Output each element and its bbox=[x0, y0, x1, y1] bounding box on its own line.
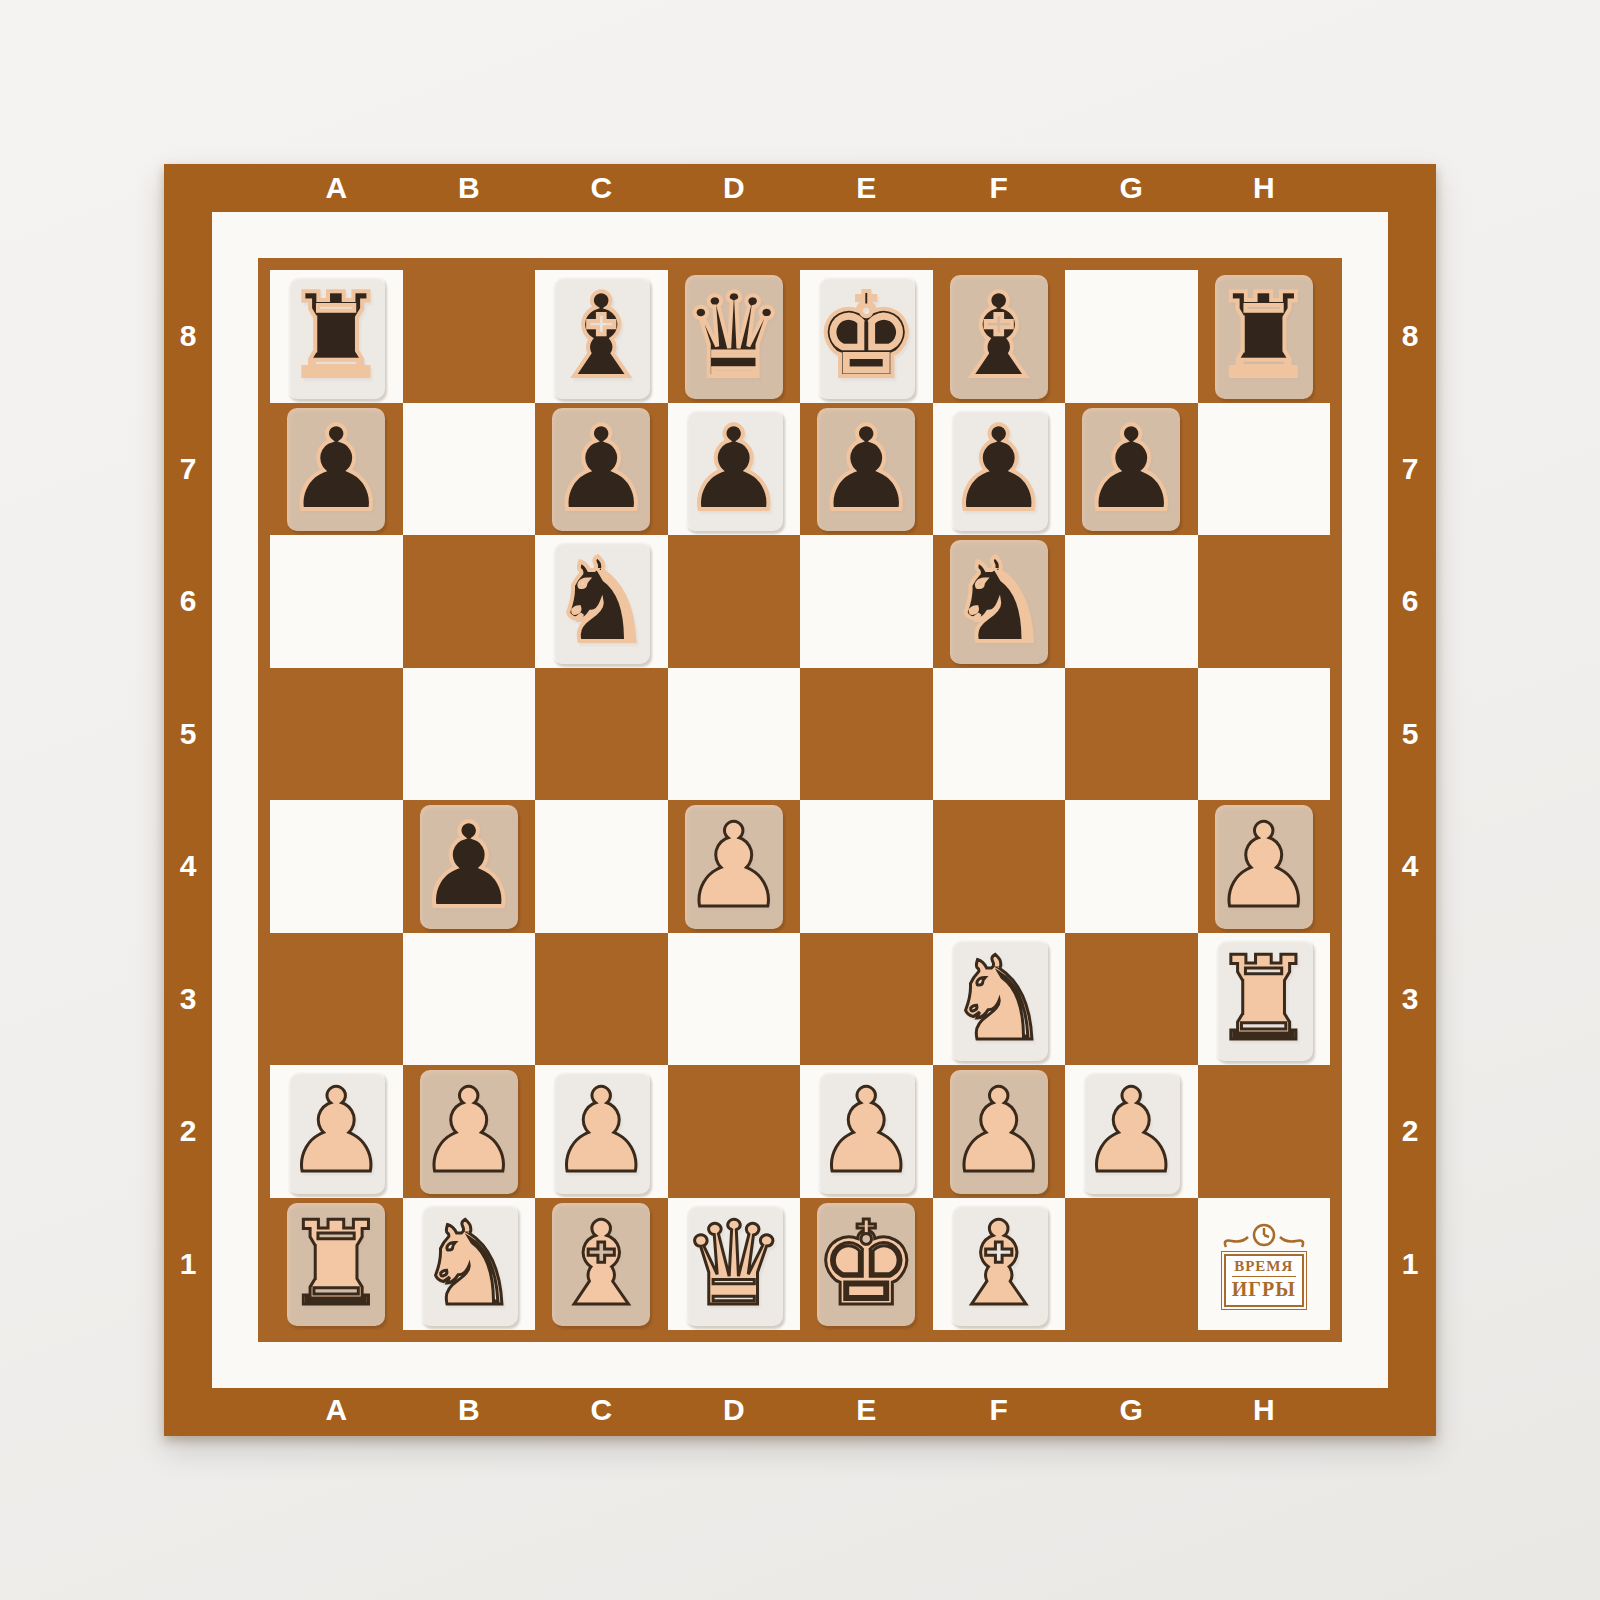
rank-label-8: 8 bbox=[1384, 270, 1436, 403]
file-label-h: H bbox=[1198, 1384, 1331, 1436]
logo-text-line2: ИГРЫ bbox=[1232, 1277, 1296, 1301]
square-g1[interactable] bbox=[1065, 1198, 1198, 1331]
square-g6[interactable] bbox=[1065, 535, 1198, 668]
white-bishop[interactable]: ♝ bbox=[933, 1198, 1066, 1331]
black-pawn[interactable]: ♟ bbox=[933, 403, 1066, 536]
rank-labels-right: 87654321 bbox=[1384, 270, 1436, 1330]
brand-logo: ВРЕМЯИГРЫ bbox=[1198, 1198, 1331, 1331]
white-pawn[interactable]: ♟ bbox=[800, 1065, 933, 1198]
rank-label-8: 8 bbox=[164, 270, 212, 403]
square-c6[interactable]: ♞ bbox=[535, 535, 668, 668]
logo-clock-icon bbox=[1220, 1221, 1308, 1253]
file-label-e: E bbox=[800, 164, 933, 212]
black-rook[interactable]: ♜ bbox=[1198, 270, 1331, 403]
square-f3[interactable]: ♞ bbox=[933, 933, 1066, 1066]
white-bishop[interactable]: ♝ bbox=[535, 1198, 668, 1331]
rank-label-5: 5 bbox=[164, 668, 212, 801]
square-d6[interactable] bbox=[668, 535, 801, 668]
black-pawn[interactable]: ♟ bbox=[535, 403, 668, 536]
white-pawn[interactable]: ♟ bbox=[535, 1065, 668, 1198]
file-label-a: A bbox=[270, 1384, 403, 1436]
rank-label-5: 5 bbox=[1384, 668, 1436, 801]
file-label-d: D bbox=[668, 164, 801, 212]
rank-label-4: 4 bbox=[1384, 800, 1436, 933]
square-a4[interactable] bbox=[270, 800, 403, 933]
square-h2[interactable] bbox=[1198, 1065, 1331, 1198]
square-f1[interactable]: ♝ bbox=[933, 1198, 1066, 1331]
black-pawn[interactable]: ♟ bbox=[668, 403, 801, 536]
square-b2[interactable]: ♟ bbox=[403, 1065, 536, 1198]
file-labels-bottom: ABCDEFGH bbox=[270, 1384, 1330, 1436]
square-d7[interactable]: ♟ bbox=[668, 403, 801, 536]
black-pawn[interactable]: ♟ bbox=[403, 800, 536, 933]
rank-label-7: 7 bbox=[164, 403, 212, 536]
square-c5[interactable] bbox=[535, 668, 668, 801]
white-queen[interactable]: ♛ bbox=[668, 1198, 801, 1331]
file-label-g: G bbox=[1065, 1384, 1198, 1436]
logo-text-line1: ВРЕМЯ bbox=[1232, 1258, 1296, 1277]
square-h7[interactable] bbox=[1198, 403, 1331, 536]
white-king[interactable]: ♚ bbox=[800, 1198, 933, 1331]
square-b3[interactable] bbox=[403, 933, 536, 1066]
file-label-a: A bbox=[270, 164, 403, 212]
black-pawn[interactable]: ♟ bbox=[800, 403, 933, 536]
black-pawn[interactable]: ♟ bbox=[1065, 403, 1198, 536]
file-label-d: D bbox=[668, 1384, 801, 1436]
square-c1[interactable]: ♝ bbox=[535, 1198, 668, 1331]
square-d1[interactable]: ♛ bbox=[668, 1198, 801, 1331]
square-b8[interactable] bbox=[403, 270, 536, 403]
square-d3[interactable] bbox=[668, 933, 801, 1066]
square-a3[interactable] bbox=[270, 933, 403, 1066]
white-pawn[interactable]: ♟ bbox=[1065, 1065, 1198, 1198]
file-label-f: F bbox=[933, 1384, 1066, 1436]
square-e8[interactable]: ♚ bbox=[800, 270, 933, 403]
rank-label-2: 2 bbox=[1384, 1065, 1436, 1198]
square-c3[interactable] bbox=[535, 933, 668, 1066]
file-label-f: F bbox=[933, 164, 1066, 212]
black-pawn[interactable]: ♟ bbox=[270, 403, 403, 536]
square-f5[interactable] bbox=[933, 668, 1066, 801]
white-rook[interactable]: ♜ bbox=[270, 1198, 403, 1331]
demonstration-chessboard: ABCDEFGH ABCDEFGH 87654321 87654321 ♜♝♛♚… bbox=[164, 164, 1436, 1436]
rank-label-6: 6 bbox=[1384, 535, 1436, 668]
white-pawn[interactable]: ♟ bbox=[403, 1065, 536, 1198]
square-f6[interactable]: ♞ bbox=[933, 535, 1066, 668]
square-e2[interactable]: ♟ bbox=[800, 1065, 933, 1198]
white-rook[interactable]: ♜ bbox=[1198, 933, 1331, 1066]
file-label-b: B bbox=[403, 164, 536, 212]
black-bishop[interactable]: ♝ bbox=[933, 270, 1066, 403]
square-a2[interactable]: ♟ bbox=[270, 1065, 403, 1198]
black-bishop[interactable]: ♝ bbox=[535, 270, 668, 403]
square-c4[interactable] bbox=[535, 800, 668, 933]
square-b1[interactable]: ♞ bbox=[403, 1198, 536, 1331]
square-e3[interactable] bbox=[800, 933, 933, 1066]
white-pawn[interactable]: ♟ bbox=[270, 1065, 403, 1198]
square-h4[interactable]: ♟ bbox=[1198, 800, 1331, 933]
square-a8[interactable]: ♜ bbox=[270, 270, 403, 403]
square-g5[interactable] bbox=[1065, 668, 1198, 801]
square-g8[interactable] bbox=[1065, 270, 1198, 403]
square-e7[interactable]: ♟ bbox=[800, 403, 933, 536]
square-h1[interactable]: ВРЕМЯИГРЫ bbox=[1198, 1198, 1331, 1331]
rank-label-6: 6 bbox=[164, 535, 212, 668]
file-label-c: C bbox=[535, 1384, 668, 1436]
white-pawn[interactable]: ♟ bbox=[668, 800, 801, 933]
file-label-c: C bbox=[535, 164, 668, 212]
rank-label-3: 3 bbox=[164, 933, 212, 1066]
black-knight[interactable]: ♞ bbox=[535, 535, 668, 668]
file-labels-top: ABCDEFGH bbox=[270, 164, 1330, 212]
square-d8[interactable]: ♛ bbox=[668, 270, 801, 403]
square-g4[interactable] bbox=[1065, 800, 1198, 933]
file-label-e: E bbox=[800, 1384, 933, 1436]
square-b5[interactable] bbox=[403, 668, 536, 801]
square-a6[interactable] bbox=[270, 535, 403, 668]
board-squares-grid: ♜♝♛♚♝♜♟♟♟♟♟♟♞♞♟♟♟♞♜♟♟♟♟♟♟♜♞♝♛♚♝ВРЕМЯИГРЫ bbox=[270, 270, 1330, 1330]
black-king[interactable]: ♚ bbox=[800, 270, 933, 403]
rank-label-3: 3 bbox=[1384, 933, 1436, 1066]
square-e5[interactable] bbox=[800, 668, 933, 801]
white-pawn[interactable]: ♟ bbox=[1198, 800, 1331, 933]
square-b6[interactable] bbox=[403, 535, 536, 668]
square-c2[interactable]: ♟ bbox=[535, 1065, 668, 1198]
square-h3[interactable]: ♜ bbox=[1198, 933, 1331, 1066]
square-e1[interactable]: ♚ bbox=[800, 1198, 933, 1331]
white-knight[interactable]: ♞ bbox=[403, 1198, 536, 1331]
square-g7[interactable]: ♟ bbox=[1065, 403, 1198, 536]
square-g2[interactable]: ♟ bbox=[1065, 1065, 1198, 1198]
white-pawn[interactable]: ♟ bbox=[933, 1065, 1066, 1198]
square-g3[interactable] bbox=[1065, 933, 1198, 1066]
square-h8[interactable]: ♜ bbox=[1198, 270, 1331, 403]
rank-label-7: 7 bbox=[1384, 403, 1436, 536]
rank-label-2: 2 bbox=[164, 1065, 212, 1198]
rank-label-1: 1 bbox=[164, 1198, 212, 1331]
square-d2[interactable] bbox=[668, 1065, 801, 1198]
square-h5[interactable] bbox=[1198, 668, 1331, 801]
product-photo-background: ABCDEFGH ABCDEFGH 87654321 87654321 ♜♝♛♚… bbox=[0, 0, 1600, 1600]
black-knight[interactable]: ♞ bbox=[933, 535, 1066, 668]
square-d5[interactable] bbox=[668, 668, 801, 801]
white-knight[interactable]: ♞ bbox=[933, 933, 1066, 1066]
square-f2[interactable]: ♟ bbox=[933, 1065, 1066, 1198]
square-f8[interactable]: ♝ bbox=[933, 270, 1066, 403]
square-d4[interactable]: ♟ bbox=[668, 800, 801, 933]
square-b7[interactable] bbox=[403, 403, 536, 536]
square-a7[interactable]: ♟ bbox=[270, 403, 403, 536]
square-b4[interactable]: ♟ bbox=[403, 800, 536, 933]
black-rook[interactable]: ♜ bbox=[270, 270, 403, 403]
square-c8[interactable]: ♝ bbox=[535, 270, 668, 403]
rank-label-4: 4 bbox=[164, 800, 212, 933]
square-e4[interactable] bbox=[800, 800, 933, 933]
square-a5[interactable] bbox=[270, 668, 403, 801]
file-label-b: B bbox=[403, 1384, 536, 1436]
black-queen[interactable]: ♛ bbox=[668, 270, 801, 403]
rank-labels-left: 87654321 bbox=[164, 270, 212, 1330]
square-a1[interactable]: ♜ bbox=[270, 1198, 403, 1331]
square-f4[interactable] bbox=[933, 800, 1066, 933]
square-c7[interactable]: ♟ bbox=[535, 403, 668, 536]
square-e6[interactable] bbox=[800, 535, 933, 668]
square-h6[interactable] bbox=[1198, 535, 1331, 668]
square-f7[interactable]: ♟ bbox=[933, 403, 1066, 536]
file-label-h: H bbox=[1198, 164, 1331, 212]
file-label-g: G bbox=[1065, 164, 1198, 212]
rank-label-1: 1 bbox=[1384, 1198, 1436, 1331]
